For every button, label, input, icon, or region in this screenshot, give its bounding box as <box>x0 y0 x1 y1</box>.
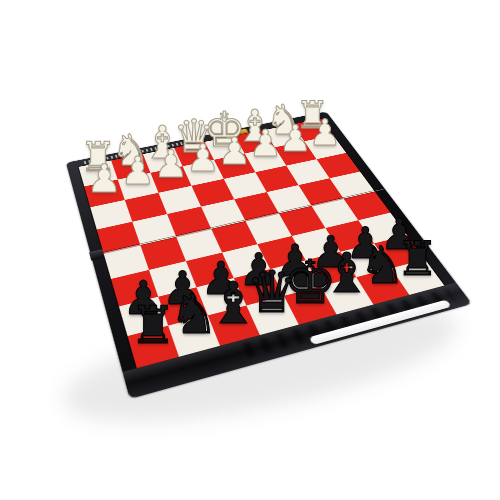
piece-white-pawn[interactable]: ♟ <box>154 146 188 184</box>
piece-white-pawn[interactable]: ♟ <box>309 115 341 151</box>
piece-white-pawn[interactable]: ♟ <box>218 133 251 170</box>
piece-white-pawn[interactable]: ♟ <box>87 159 122 198</box>
product-photo-chess-set: ♜♞♝♛♚♝♞♜♟♟♟♟♟♟♟♟♟♟♟♟♟♟♟♟♜♞♝♛♚♝♞♜ <box>0 0 500 500</box>
fold-hinge-step <box>89 249 105 260</box>
piece-black-rook[interactable]: ♜ <box>130 301 176 353</box>
piece-white-pawn[interactable]: ♟ <box>186 139 220 177</box>
piece-white-pawn[interactable]: ♟ <box>249 127 282 164</box>
piece-white-pawn[interactable]: ♟ <box>279 121 312 158</box>
piece-white-pawn[interactable]: ♟ <box>121 152 156 191</box>
piece-black-knight[interactable]: ♞ <box>169 287 218 342</box>
pieces-layer: ♜♞♝♛♚♝♞♜♟♟♟♟♟♟♟♟♟♟♟♟♟♟♟♟♜♞♝♛♚♝♞♜ <box>0 0 500 500</box>
